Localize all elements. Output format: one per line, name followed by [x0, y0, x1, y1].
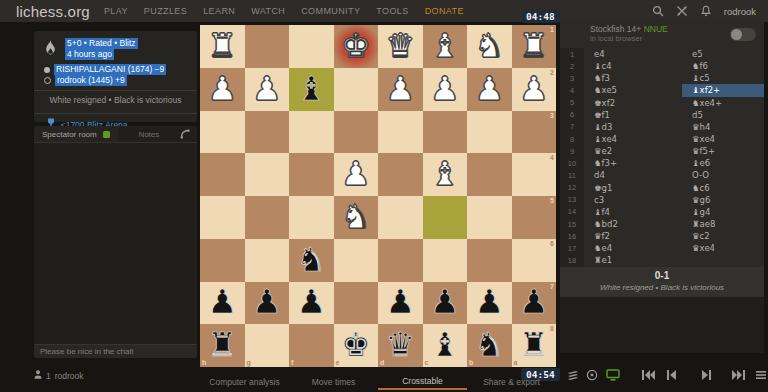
move-number: 15 [560, 218, 584, 230]
square-e6[interactable] [334, 239, 379, 282]
move-12w[interactable]: ♚g1 [584, 182, 682, 194]
engine-subtitle: in local browser [590, 34, 668, 44]
spectator-room-label: Spectator room [42, 130, 97, 139]
square-h7[interactable]: ♟ [200, 282, 245, 325]
move-number: 13 [560, 194, 584, 206]
move-number: 11 [560, 169, 584, 181]
nav-donate[interactable]: DONATE [425, 6, 464, 16]
piece-bP: ♟ [207, 285, 237, 318]
square-g2[interactable]: ♟ [245, 68, 290, 111]
move-8b[interactable]: ♛xe4 [682, 133, 764, 145]
black-player-name[interactable]: rodrook (1445) +9 [55, 75, 127, 86]
tab-spectator-room[interactable]: Spectator room [34, 126, 118, 142]
chess-board[interactable]: ♜♚♛♝♞1♜♟♟♝♟♟♟2♟3♟♝4♞5♞6♟♟♟♟♟♟7♟h♜gfe♚d♛c… [200, 25, 556, 367]
square-b2[interactable]: ♟ [467, 68, 512, 111]
move-11b[interactable]: O-O [682, 169, 764, 181]
square-c6[interactable] [423, 239, 468, 282]
move-15w[interactable]: ♞bd2 [584, 218, 682, 230]
nav-community[interactable]: COMMUNITY [301, 6, 360, 16]
piece-bP: ♟ [385, 285, 415, 318]
piece-bP: ♟ [296, 285, 326, 318]
move-8w[interactable]: ♝xe4 [584, 133, 682, 145]
notes-label: Notes [138, 130, 159, 139]
square-g4[interactable] [245, 153, 290, 196]
rank-label-8: 8 [550, 325, 554, 332]
square-h3[interactable] [200, 111, 245, 154]
square-b1[interactable]: ♞ [467, 25, 512, 68]
move-6b[interactable]: d5 [682, 109, 764, 121]
square-b7[interactable]: ♟ [467, 282, 512, 325]
piece-wP: ♟ [207, 72, 237, 105]
move-list-spacer [560, 297, 764, 353]
move-number: 9 [560, 145, 584, 157]
file-label-c: c [425, 359, 429, 366]
move-7b[interactable]: ♛h4 [682, 121, 764, 133]
square-a8[interactable]: 8a♜ [512, 324, 557, 367]
square-d1[interactable]: ♛ [378, 25, 423, 68]
move-row-5: 5♚xf2♞xe4+ [560, 97, 764, 109]
step-forward-icon[interactable] [701, 367, 712, 385]
piece-bK: ♚ [341, 328, 371, 361]
square-d3[interactable] [378, 111, 423, 154]
file-label-g: g [247, 359, 251, 366]
move-17w[interactable]: ♞e4 [584, 242, 682, 254]
move-3w[interactable]: ♞f3 [584, 72, 682, 84]
square-e7[interactable] [334, 282, 379, 325]
move-number: 8 [560, 133, 584, 145]
move-row-3: 3♞f3♝c5 [560, 72, 764, 84]
move-row-1: 1e4e5 [560, 48, 764, 60]
move-number: 16 [560, 230, 584, 242]
square-h6[interactable] [200, 239, 245, 282]
rank-label-2: 2 [550, 69, 554, 76]
piece-wP: ♟ [341, 157, 371, 190]
book-icon[interactable] [566, 367, 579, 385]
piece-wP: ♟ [519, 72, 549, 105]
square-a2[interactable]: 2♟ [512, 68, 557, 111]
square-h1[interactable]: ♜ [200, 25, 245, 68]
move-number: 1 [560, 48, 584, 60]
move-number: 6 [560, 109, 584, 121]
move-4b[interactable]: ♝xf2+ [682, 84, 764, 96]
move-list: 1e4e52♝c4♞f63♞f3♝c54♞xe5♝xf2+5♚xf2♞xe4+6… [560, 48, 764, 353]
square-e8[interactable]: e♚ [334, 324, 379, 367]
tab-notes[interactable]: Notes [118, 126, 180, 142]
move-2b[interactable]: ♞f6 [682, 60, 764, 72]
square-e3[interactable] [334, 111, 379, 154]
square-c5[interactable] [423, 196, 468, 239]
game-time-ago[interactable]: 4 hours ago [65, 49, 114, 60]
square-f1[interactable] [289, 25, 334, 68]
rank-label-6: 6 [550, 240, 554, 247]
move-6w[interactable]: ♚f1 [584, 109, 682, 121]
piece-wB: ♝ [430, 157, 460, 190]
game-info-box: 5+0 • Rated • Blitz 4 hours ago RISHIPAL… [34, 31, 197, 122]
square-d8[interactable]: d♛ [378, 324, 423, 367]
square-c1[interactable]: ♝ [423, 25, 468, 68]
rank-label-3: 3 [550, 112, 554, 119]
move-row-10: 10♞f3+♝e6 [560, 157, 764, 169]
move-12b[interactable]: ♞c6 [682, 182, 764, 194]
move-9w[interactable]: ♛e2 [584, 145, 682, 157]
move-row-11: 11d4O-O [560, 169, 764, 181]
tab-crosstable[interactable]: Crosstable [378, 374, 467, 390]
square-d7[interactable]: ♟ [378, 282, 423, 325]
piece-bR: ♜ [519, 328, 549, 361]
piece-wR: ♜ [207, 29, 237, 62]
move-row-16: 16♛f2♛c2 [560, 230, 764, 242]
screen-icon[interactable] [606, 367, 620, 385]
chat-panel: Spectator room Notes Please be nice in t… [34, 126, 197, 358]
step-back-icon[interactable] [666, 367, 677, 385]
rank-label-5: 5 [550, 197, 554, 204]
game-score: 0-1 [560, 270, 764, 281]
tab-share-export[interactable]: Share & export [467, 374, 556, 390]
piece-bR: ♜ [207, 328, 237, 361]
square-c7[interactable]: ♟ [423, 282, 468, 325]
square-g1[interactable] [245, 25, 290, 68]
piece-wP: ♟ [430, 72, 460, 105]
piece-wR: ♜ [519, 29, 549, 62]
square-g3[interactable] [245, 111, 290, 154]
square-d4[interactable] [378, 153, 423, 196]
move-number: 7 [560, 121, 584, 133]
move-row-17: 17♞e4♛xe4 [560, 242, 764, 254]
move-7w[interactable]: ♝d3 [584, 121, 682, 133]
skip-first-icon[interactable] [641, 367, 656, 385]
chat-toggle[interactable] [103, 131, 110, 138]
spectator-list: 1 rodrook [34, 370, 84, 381]
square-a7[interactable]: 7♟ [512, 282, 557, 325]
move-number: 5 [560, 97, 584, 109]
move-row-12: 12♚g1♞c6 [560, 182, 764, 194]
file-label-f: f [291, 359, 293, 366]
piece-wN: ♞ [341, 200, 371, 233]
engine-toggle-knob [731, 29, 742, 40]
engine-box: Stockfish 14+ NNUE in local browser [560, 20, 764, 48]
move-18w[interactable]: ♜e1 [584, 254, 682, 266]
square-f2[interactable]: ♝ [289, 68, 334, 111]
move-16b[interactable]: ♛c2 [682, 230, 764, 242]
square-b8[interactable]: b♞ [467, 324, 512, 367]
square-a1[interactable]: 1♜ [512, 25, 557, 68]
square-a6[interactable]: 6 [512, 239, 557, 282]
square-f8[interactable]: f [289, 324, 334, 367]
square-h8[interactable]: h♜ [200, 324, 245, 367]
square-h4[interactable] [200, 153, 245, 196]
move-number: 3 [560, 72, 584, 84]
move-10w[interactable]: ♞f3+ [584, 157, 682, 169]
piece-wP: ♟ [252, 72, 282, 105]
move-16w[interactable]: ♛f2 [584, 230, 682, 242]
move-row-14: 14♝f4♝g4 [560, 206, 764, 218]
square-b3[interactable] [467, 111, 512, 154]
move-row-9: 9♛e2♛f5+ [560, 145, 764, 157]
move-number: 17 [560, 242, 584, 254]
move-13w[interactable]: c3 [584, 194, 682, 206]
file-label-h: h [202, 359, 206, 366]
square-c4[interactable]: ♝ [423, 153, 468, 196]
skip-last-icon[interactable] [731, 367, 746, 385]
nav-watch[interactable]: WATCH [251, 6, 285, 16]
move-number: 2 [560, 60, 584, 72]
square-e1[interactable]: ♚ [334, 25, 379, 68]
square-a5[interactable]: 5 [512, 196, 557, 239]
move-1w[interactable]: e4 [584, 48, 682, 60]
rank-label-1: 1 [550, 26, 554, 33]
piece-wP: ♟ [385, 72, 415, 105]
record-icon[interactable] [586, 367, 598, 385]
move-5b[interactable]: ♞xe4+ [682, 97, 764, 109]
move-row-4: 4♞xe5♝xf2+ [560, 84, 764, 96]
piece-bQ: ♛ [385, 328, 415, 361]
move-number: 10 [560, 157, 584, 169]
square-g8[interactable]: g [245, 324, 290, 367]
under-board-tabs: Computer analysis Move times Crosstable … [200, 374, 556, 390]
move-14b[interactable]: ♝g4 [682, 206, 764, 218]
move-1b[interactable]: e5 [682, 48, 764, 60]
tab-computer-analysis[interactable]: Computer analysis [200, 374, 289, 390]
square-a4[interactable]: 4 [512, 153, 557, 196]
square-c8[interactable]: c♝ [423, 324, 468, 367]
square-d2[interactable]: ♟ [378, 68, 423, 111]
piece-bP: ♟ [474, 285, 504, 318]
square-f4[interactable] [289, 153, 334, 196]
move-11w[interactable]: d4 [584, 169, 682, 181]
square-b5[interactable] [467, 196, 512, 239]
black-player-row[interactable]: rodrook (1445) +9 [34, 75, 197, 86]
square-d6[interactable] [378, 239, 423, 282]
spectator-name[interactable]: rodrook [55, 371, 84, 381]
file-label-d: d [380, 359, 384, 366]
white-player-row[interactable]: RISHIPALLAGANI (1674) −9 [34, 64, 197, 75]
square-d5[interactable] [378, 196, 423, 239]
move-13b[interactable]: ♛g6 [682, 194, 764, 206]
move-number: 12 [560, 182, 584, 194]
move-10b[interactable]: ♝e6 [682, 157, 764, 169]
square-g6[interactable] [245, 239, 290, 282]
rank-label-7: 7 [550, 283, 554, 290]
square-e2[interactable] [334, 68, 379, 111]
piece-bB: ♝ [296, 72, 326, 105]
game-score-note: White resigned • Black is victorious [560, 283, 764, 292]
chat-input[interactable]: Please be nice in the chat! [34, 344, 197, 358]
replay-controls [560, 362, 764, 386]
square-c3[interactable] [423, 111, 468, 154]
move-row-8: 8♝xe4♛xe4 [560, 133, 764, 145]
nav-play[interactable]: PLAY [104, 6, 128, 16]
move-row-2: 2♝c4♞f6 [560, 60, 764, 72]
piece-bB: ♝ [430, 328, 460, 361]
square-c2[interactable]: ♟ [423, 68, 468, 111]
white-player-name[interactable]: RISHIPALLAGANI (1674) −9 [54, 64, 166, 75]
piece-bN: ♞ [296, 243, 326, 276]
square-f5[interactable] [289, 196, 334, 239]
square-e4[interactable]: ♟ [334, 153, 379, 196]
move-4w[interactable]: ♞xe5 [584, 84, 682, 96]
piece-bP: ♟ [519, 285, 549, 318]
square-b4[interactable] [467, 153, 512, 196]
spectator-count: 1 [46, 371, 51, 381]
engine-nnue: NNUE [644, 24, 668, 34]
piece-bP: ♟ [252, 285, 282, 318]
analysis-panel: Stockfish 14+ NNUE in local browser 1e4e… [556, 0, 768, 392]
nav-tools[interactable]: TOOLS [376, 6, 408, 16]
piece-wP: ♟ [474, 72, 504, 105]
square-h2[interactable]: ♟ [200, 68, 245, 111]
square-e5[interactable]: ♞ [334, 196, 379, 239]
move-2w[interactable]: ♝c4 [584, 60, 682, 72]
rank-label-4: 4 [550, 154, 554, 161]
piece-bP: ♟ [430, 285, 460, 318]
white-clock: 04:48 [521, 10, 560, 23]
move-5w[interactable]: ♚xf2 [584, 97, 682, 109]
menu-icon[interactable] [755, 367, 767, 385]
move-17b[interactable]: ♛xe4 [682, 242, 764, 254]
square-g7[interactable]: ♟ [245, 282, 290, 325]
square-f6[interactable]: ♞ [289, 239, 334, 282]
nav-menu: PLAY PUZZLES LEARN WATCH COMMUNITY TOOLS… [104, 6, 464, 16]
engine-toggle[interactable] [730, 28, 756, 41]
file-label-b: b [469, 359, 473, 366]
move-18b[interactable] [682, 254, 764, 266]
move-15b[interactable]: ♜ae8 [682, 218, 764, 230]
move-row-6: 6♚f1d5 [560, 109, 764, 121]
file-label-a: a [514, 359, 518, 366]
engine-name: Stockfish 14+ [590, 24, 641, 34]
move-9b[interactable]: ♛f5+ [682, 145, 764, 157]
result-block: 0-1 White resigned • Black is victorious [560, 267, 764, 297]
white-player-icon [44, 67, 50, 73]
lichess-logo[interactable]: lichess.org [16, 3, 90, 20]
game-setup: 5+0 • Rated • Blitz [65, 38, 138, 49]
move-row-13: 13c3♛g6 [560, 194, 764, 206]
square-h5[interactable] [200, 196, 245, 239]
square-f3[interactable] [289, 111, 334, 154]
file-label-e: e [336, 359, 340, 366]
piece-wK: ♚ [341, 29, 371, 62]
chat-messages [34, 143, 197, 344]
piece-bN: ♞ [474, 328, 504, 361]
square-a3[interactable]: 3 [512, 111, 557, 154]
flame-icon [44, 39, 57, 60]
move-number: 18 [560, 254, 584, 266]
move-row-18: 18♜e1 [560, 254, 764, 266]
move-row-7: 7♝d3♛h4 [560, 121, 764, 133]
move-number: 14 [560, 206, 584, 218]
move-row-15: 15♞bd2♜ae8 [560, 218, 764, 230]
piece-wN: ♞ [474, 29, 504, 62]
square-b6[interactable] [467, 239, 512, 282]
move-14w[interactable]: ♝f4 [584, 206, 682, 218]
nav-learn[interactable]: LEARN [203, 6, 235, 16]
square-f7[interactable]: ♟ [289, 282, 334, 325]
square-g5[interactable] [245, 196, 290, 239]
black-player-icon [44, 77, 51, 84]
nav-puzzles[interactable]: PUZZLES [144, 6, 187, 16]
piece-wQ: ♛ [385, 29, 415, 62]
person-icon [34, 370, 42, 381]
piece-wB: ♝ [430, 29, 460, 62]
tab-move-times[interactable]: Move times [289, 374, 378, 390]
move-number: 4 [560, 84, 584, 96]
move-3b[interactable]: ♝c5 [682, 72, 764, 84]
phone-icon[interactable] [180, 129, 197, 139]
result-note: White resigned • Black is victorious [34, 91, 197, 109]
